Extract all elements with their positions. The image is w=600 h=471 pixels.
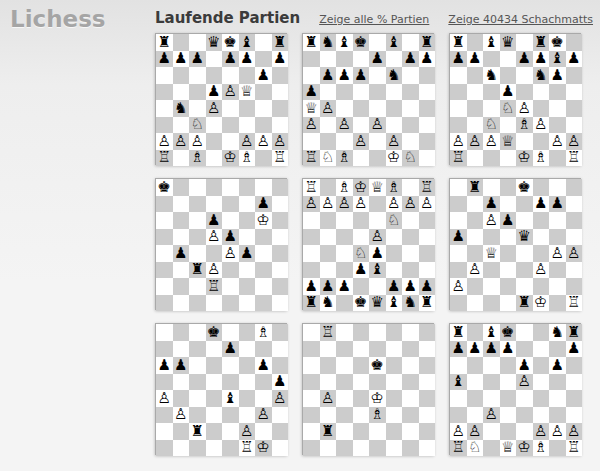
- square: [255, 262, 272, 279]
- square: ♙: [222, 84, 239, 101]
- black-piece: ♟: [371, 51, 384, 66]
- square: [336, 407, 353, 424]
- square: ♖: [272, 150, 289, 167]
- square: ♔: [533, 295, 550, 312]
- square: ♟: [549, 357, 566, 374]
- white-piece: ♙: [371, 117, 384, 132]
- square: [239, 324, 256, 341]
- square: ♟: [255, 357, 272, 374]
- square: [353, 51, 370, 68]
- square: [566, 84, 583, 101]
- square: [566, 34, 583, 51]
- white-piece: ♙: [551, 424, 564, 439]
- square: [516, 262, 533, 279]
- square: [189, 324, 206, 341]
- square: [566, 278, 583, 295]
- square: [549, 407, 566, 424]
- square: [549, 100, 566, 117]
- square: [369, 84, 386, 101]
- square: ♖: [450, 150, 467, 167]
- square: ♙: [533, 117, 550, 134]
- black-piece: ♟: [567, 341, 580, 356]
- square: ♗: [533, 150, 550, 167]
- mini-board-9[interactable]: ♜♝♚♞♜♟♟♟♟♟♟♟♝♙♙♙♙♙♙♙♖♘♕♔♗♖: [449, 323, 581, 455]
- square: [255, 51, 272, 68]
- square: [189, 196, 206, 213]
- mini-board-5[interactable]: ♖♗♔♕♗♖♙♙♙♙♙♙♙♘♙♘♟♟♝♟♟♟♟♟♟♜♞♚♛♝♞♜: [302, 178, 434, 310]
- square: [156, 67, 173, 84]
- square: [173, 150, 190, 167]
- black-piece: ♜: [518, 295, 531, 310]
- square: [189, 179, 206, 196]
- square: [206, 150, 223, 167]
- square: ♙: [467, 262, 484, 279]
- square: [303, 67, 320, 84]
- white-piece: ♙: [387, 134, 400, 149]
- white-piece: ♘: [485, 117, 498, 132]
- square: ♞: [533, 67, 550, 84]
- white-piece: ♙: [534, 262, 547, 277]
- white-piece: ♕: [501, 134, 514, 149]
- black-piece: ♟: [485, 196, 498, 211]
- square: [467, 196, 484, 213]
- square: [189, 390, 206, 407]
- square: [467, 407, 484, 424]
- white-piece: ♙: [257, 134, 270, 149]
- black-piece: ♟: [420, 279, 433, 294]
- square: [239, 100, 256, 117]
- square: [402, 262, 419, 279]
- black-piece: ♜: [321, 424, 334, 439]
- black-piece: ♟: [420, 51, 433, 66]
- mini-board-8[interactable]: ♖♚♙♔♗♜: [302, 323, 434, 455]
- square: [206, 51, 223, 68]
- square: [320, 245, 337, 262]
- square: ♙: [483, 133, 500, 150]
- white-piece: ♙: [207, 262, 220, 277]
- lichess-logo[interactable]: Lichess: [10, 6, 106, 32]
- white-piece: ♔: [387, 150, 400, 165]
- square: ♟: [450, 341, 467, 358]
- square: [419, 374, 436, 391]
- square: [255, 341, 272, 358]
- white-piece: ♘: [501, 101, 514, 116]
- square: [303, 245, 320, 262]
- square: [173, 262, 190, 279]
- square: [303, 357, 320, 374]
- square: [467, 67, 484, 84]
- square: [156, 245, 173, 262]
- square: ♙: [533, 262, 550, 279]
- square: ♞: [402, 295, 419, 312]
- black-piece: ♟: [404, 51, 417, 66]
- square: [336, 390, 353, 407]
- square: [419, 117, 436, 134]
- square: [402, 374, 419, 391]
- square: [206, 196, 223, 213]
- square: ♙: [320, 390, 337, 407]
- square: ♚: [206, 324, 223, 341]
- square: [272, 407, 289, 424]
- square: [239, 390, 256, 407]
- white-piece: ♙: [534, 424, 547, 439]
- black-piece: ♜: [468, 180, 481, 195]
- square: [450, 390, 467, 407]
- square: [419, 341, 436, 358]
- white-piece: ♗: [534, 440, 547, 455]
- square: ♙: [549, 423, 566, 440]
- square: ♟: [239, 245, 256, 262]
- square: [189, 245, 206, 262]
- black-piece: ♜: [305, 35, 318, 50]
- square: [516, 341, 533, 358]
- square: [402, 84, 419, 101]
- square: [189, 295, 206, 312]
- black-piece: ♟: [551, 68, 564, 83]
- link-show-checkmates[interactable]: Zeige 40434 Schachmatts: [448, 13, 593, 26]
- square: ♜: [303, 295, 320, 312]
- square: [516, 133, 533, 150]
- square: [272, 100, 289, 117]
- mini-board-6[interactable]: ♜♚♟♟♟♙♟♟♛♕♙♙♙♙♙♜♔♖: [449, 178, 581, 310]
- square: ♖: [303, 179, 320, 196]
- square: ♟: [239, 51, 256, 68]
- black-piece: ♟: [534, 51, 547, 66]
- square: [272, 212, 289, 229]
- square: [303, 133, 320, 150]
- square: [156, 117, 173, 134]
- square: [222, 212, 239, 229]
- white-piece: ♙: [338, 117, 351, 132]
- square: ♖: [156, 150, 173, 167]
- square: [206, 357, 223, 374]
- black-piece: ♚: [354, 295, 367, 310]
- square: [189, 67, 206, 84]
- square: [303, 407, 320, 424]
- square: ♙: [303, 196, 320, 213]
- square: [467, 357, 484, 374]
- black-piece: ♚: [518, 180, 531, 195]
- square: ♟: [500, 341, 517, 358]
- square: [222, 133, 239, 150]
- square: ♟: [419, 278, 436, 295]
- square: [386, 390, 403, 407]
- square: [566, 229, 583, 246]
- square: ♖: [206, 278, 223, 295]
- black-piece: ♜: [191, 424, 204, 439]
- square: [566, 357, 583, 374]
- square: [272, 324, 289, 341]
- white-piece: ♙: [174, 407, 187, 422]
- square: [516, 390, 533, 407]
- square: ♟: [533, 51, 550, 68]
- white-piece: ♕: [371, 180, 384, 195]
- square: [450, 212, 467, 229]
- square: ♙: [566, 423, 583, 440]
- white-piece: ♖: [240, 440, 253, 455]
- black-piece: ♟: [305, 279, 318, 294]
- square: [566, 407, 583, 424]
- square: ♙: [467, 423, 484, 440]
- square: [189, 84, 206, 101]
- square: ♞: [483, 67, 500, 84]
- square: [189, 229, 206, 246]
- square: [336, 212, 353, 229]
- white-piece: ♖: [420, 180, 433, 195]
- square: [303, 262, 320, 279]
- square: ♜: [156, 34, 173, 51]
- white-piece: ♗: [534, 150, 547, 165]
- square: [566, 262, 583, 279]
- square: [272, 179, 289, 196]
- square: [206, 341, 223, 358]
- black-piece: ♝: [240, 35, 253, 50]
- black-piece: ♟: [321, 68, 334, 83]
- white-piece: ♙: [485, 213, 498, 228]
- square: [173, 34, 190, 51]
- square: ♝: [222, 390, 239, 407]
- square: [369, 341, 386, 358]
- square: ♙: [206, 100, 223, 117]
- square: [206, 390, 223, 407]
- square: ♟: [467, 341, 484, 358]
- square: [533, 179, 550, 196]
- black-piece: ♟: [191, 51, 204, 66]
- link-show-all-games[interactable]: Zeige alle % Partien: [319, 13, 429, 26]
- square: [303, 229, 320, 246]
- mini-board-7[interactable]: ♚♗♟♟♟♟♟♙♝♙♙♙♜♙♖♔: [155, 323, 287, 455]
- square: [272, 262, 289, 279]
- square: ♙: [255, 133, 272, 150]
- black-piece: ♜: [158, 35, 171, 50]
- mini-board-4[interactable]: ♚♟♟♔♙♟♟♙♟♜♙♖: [155, 178, 287, 310]
- white-piece: ♙: [551, 246, 564, 261]
- square: ♙: [189, 133, 206, 150]
- square: [500, 67, 517, 84]
- white-piece: ♘: [354, 246, 367, 261]
- square: [402, 324, 419, 341]
- square: [272, 229, 289, 246]
- square: ♕: [303, 100, 320, 117]
- square: [320, 212, 337, 229]
- square: [516, 212, 533, 229]
- mini-board-2[interactable]: ♜♞♝♚♝♜♟♟♟♟♟♟♞♟♕♙♙♙♙♙♙♖♘♗♔♘: [302, 33, 434, 165]
- square: [320, 440, 337, 457]
- white-piece: ♙: [485, 134, 498, 149]
- square: [255, 390, 272, 407]
- white-piece: ♖: [305, 180, 318, 195]
- square: [549, 295, 566, 312]
- square: ♟: [549, 196, 566, 213]
- square: [402, 212, 419, 229]
- square: ♝: [450, 374, 467, 391]
- square: [386, 357, 403, 374]
- black-piece: ♟: [501, 84, 514, 99]
- square: ♖: [566, 440, 583, 457]
- white-piece: ♕: [501, 440, 514, 455]
- square: ♙: [206, 262, 223, 279]
- black-piece: ♝: [387, 35, 400, 50]
- white-piece: ♙: [305, 196, 318, 211]
- square: ♙: [272, 390, 289, 407]
- black-piece: ♟: [174, 51, 187, 66]
- square: ♖: [303, 150, 320, 167]
- square: [173, 341, 190, 358]
- square: [255, 150, 272, 167]
- square: [549, 390, 566, 407]
- square: [500, 262, 517, 279]
- black-piece: ♜: [452, 325, 465, 340]
- square: [450, 179, 467, 196]
- square: [386, 374, 403, 391]
- square: [500, 295, 517, 312]
- white-piece: ♘: [468, 440, 481, 455]
- square: [467, 229, 484, 246]
- square: [303, 51, 320, 68]
- square: ♙: [369, 229, 386, 246]
- black-piece: ♟: [158, 51, 171, 66]
- square: [386, 100, 403, 117]
- square: ♟: [369, 245, 386, 262]
- black-piece: ♟: [174, 246, 187, 261]
- white-piece: ♘: [191, 117, 204, 132]
- square: [419, 212, 436, 229]
- square: [272, 295, 289, 312]
- square: ♙: [549, 245, 566, 262]
- square: ♟: [222, 229, 239, 246]
- square: ♚: [549, 34, 566, 51]
- square: [402, 100, 419, 117]
- square: ♔: [255, 212, 272, 229]
- white-piece: ♙: [207, 101, 220, 116]
- square: [206, 133, 223, 150]
- square: [272, 440, 289, 457]
- square: [173, 374, 190, 391]
- square: ♟: [419, 51, 436, 68]
- square: [500, 245, 517, 262]
- square: ♟: [500, 84, 517, 101]
- black-piece: ♚: [354, 35, 367, 50]
- black-piece: ♜: [420, 35, 433, 50]
- square: [173, 390, 190, 407]
- square: [500, 407, 517, 424]
- square: [467, 245, 484, 262]
- white-piece: ♙: [452, 424, 465, 439]
- square: ♙: [336, 196, 353, 213]
- square: [419, 229, 436, 246]
- square: ♜: [516, 295, 533, 312]
- square: ♘: [320, 150, 337, 167]
- white-piece: ♙: [158, 391, 171, 406]
- square: [336, 357, 353, 374]
- square: ♘: [353, 245, 370, 262]
- square: ♟: [206, 212, 223, 229]
- square: [156, 262, 173, 279]
- square: ♘: [386, 212, 403, 229]
- square: [533, 133, 550, 150]
- white-piece: ♔: [518, 440, 531, 455]
- square: [320, 262, 337, 279]
- square: ♖: [320, 324, 337, 341]
- square: [566, 212, 583, 229]
- square: ♟: [206, 84, 223, 101]
- square: [272, 67, 289, 84]
- square: ♟: [450, 229, 467, 246]
- white-piece: ♙: [321, 196, 334, 211]
- square: [206, 245, 223, 262]
- square: [222, 278, 239, 295]
- white-piece: ♖: [158, 150, 171, 165]
- square: [320, 179, 337, 196]
- square: [303, 212, 320, 229]
- square: [467, 374, 484, 391]
- square: ♖: [239, 440, 256, 457]
- square: ♘: [402, 150, 419, 167]
- square: [222, 100, 239, 117]
- black-piece: ♟: [371, 246, 384, 261]
- square: [353, 407, 370, 424]
- square: ♜: [467, 179, 484, 196]
- square: [500, 374, 517, 391]
- square: [320, 229, 337, 246]
- black-piece: ♚: [371, 358, 384, 373]
- square: [353, 341, 370, 358]
- square: [303, 341, 320, 358]
- square: ♙: [156, 133, 173, 150]
- square: ♟: [173, 245, 190, 262]
- square: [369, 67, 386, 84]
- square: [353, 278, 370, 295]
- black-piece: ♟: [567, 51, 580, 66]
- white-piece: ♙: [567, 246, 580, 261]
- white-piece: ♙: [257, 407, 270, 422]
- square: [369, 100, 386, 117]
- square: [222, 374, 239, 391]
- square: ♕: [500, 440, 517, 457]
- square: ♗: [369, 407, 386, 424]
- black-piece: ♝: [485, 35, 498, 50]
- square: [336, 133, 353, 150]
- white-piece: ♙: [273, 391, 286, 406]
- square: [173, 179, 190, 196]
- square: [189, 100, 206, 117]
- square: [173, 423, 190, 440]
- square: ♙: [483, 212, 500, 229]
- square: [419, 67, 436, 84]
- mini-board-3[interactable]: ♜♝♛♜♚♟♟♟♟♝♟♞♞♟♟♘♙♘♗♙♙♙♙♕♙♙♖♔♗♖: [449, 33, 581, 165]
- square: [369, 374, 386, 391]
- square: [533, 229, 550, 246]
- square: ♙: [173, 407, 190, 424]
- square: [500, 117, 517, 134]
- square: ♙: [320, 196, 337, 213]
- square: [419, 245, 436, 262]
- square: [255, 423, 272, 440]
- square: [467, 84, 484, 101]
- square: [467, 150, 484, 167]
- square: [353, 357, 370, 374]
- square: [222, 117, 239, 134]
- square: ♟: [189, 51, 206, 68]
- mini-board-1[interactable]: ♜♛♚♝♜♟♟♟♟♟♟♟♟♙♕♞♙♘♙♙♙♙♙♙♖♗♔♗♖: [155, 33, 287, 165]
- square: [222, 262, 239, 279]
- square: [222, 179, 239, 196]
- square: [450, 357, 467, 374]
- square: [516, 84, 533, 101]
- square: [533, 357, 550, 374]
- black-piece: ♜: [305, 295, 318, 310]
- black-piece: ♟: [273, 51, 286, 66]
